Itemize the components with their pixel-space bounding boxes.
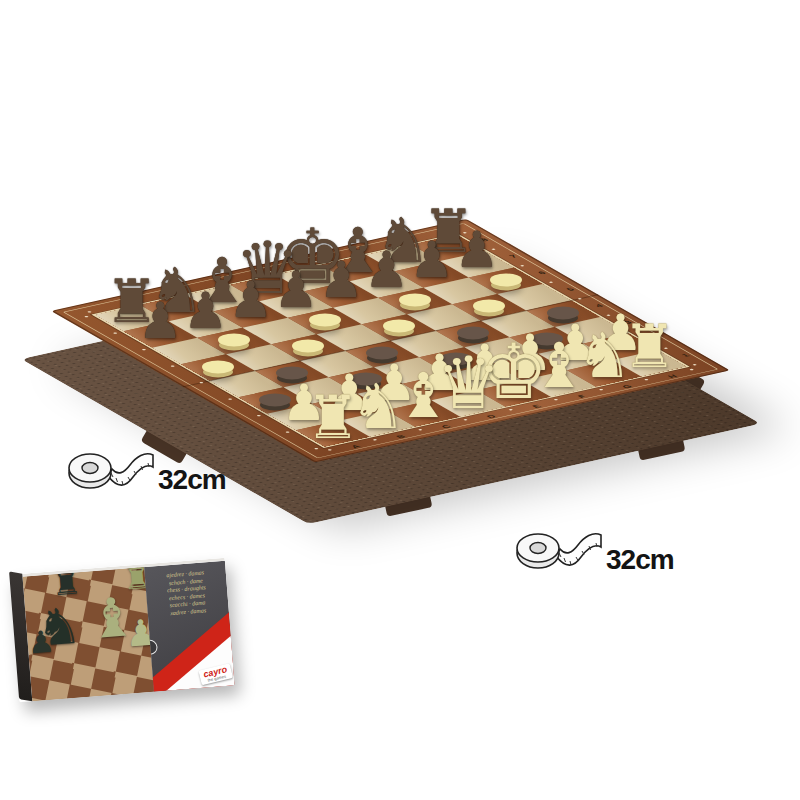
frame-pin bbox=[606, 314, 611, 316]
frame-pin bbox=[599, 389, 604, 391]
frame-pin bbox=[327, 449, 332, 451]
size-annotation-front: 32cm bbox=[512, 522, 674, 578]
frame-pin bbox=[372, 439, 377, 441]
rank-label-1: 1 bbox=[680, 353, 692, 358]
size-label-text: 32cm bbox=[158, 466, 226, 498]
frame-pin bbox=[256, 415, 261, 417]
frame-pin bbox=[689, 369, 694, 371]
frame-pin bbox=[463, 419, 468, 421]
size-annotation-left: 32cm bbox=[64, 442, 226, 498]
frame-pin bbox=[644, 379, 649, 381]
frame-pin bbox=[404, 241, 409, 243]
frame-pin bbox=[223, 281, 228, 283]
rank-label-7: 7 bbox=[507, 254, 519, 259]
file-label-h: H bbox=[666, 374, 679, 379]
file-label-a: A bbox=[349, 444, 362, 449]
rank-label-6: 6 bbox=[536, 270, 548, 275]
frame-pin bbox=[418, 429, 423, 431]
frame-pin bbox=[87, 311, 92, 313]
file-label-f: F bbox=[576, 394, 588, 399]
frame-pin bbox=[313, 261, 318, 263]
frame-pin bbox=[84, 316, 89, 318]
file-label-e: E bbox=[530, 404, 543, 409]
tape-measure-icon bbox=[512, 522, 604, 578]
frame-pin bbox=[268, 271, 273, 273]
tape-measure-icon bbox=[64, 442, 156, 498]
frame-pin bbox=[663, 347, 668, 349]
frame-pin bbox=[462, 232, 467, 234]
frame-pin bbox=[520, 265, 525, 267]
product-photo-canvas: ABCDEFGH87654321 ♜♞♝♛♚♝♞♜♟♟♟♟♟♟♟♟♟♟♟♟♟♟♟… bbox=[0, 0, 800, 800]
product-box-photo: ♜ ♞ ♟ ♝ ♟ ♜ bbox=[23, 567, 154, 701]
box-black-pawn-icon: ♟ bbox=[27, 626, 56, 658]
frame-pin bbox=[491, 248, 496, 250]
frame-pin bbox=[358, 251, 363, 253]
box-language-list: ajedrez · damas schach · dame chess · dr… bbox=[146, 568, 226, 619]
file-label-c: C bbox=[440, 424, 453, 429]
rank-label-2: 2 bbox=[651, 336, 663, 341]
product-box-face: ♜ ♞ ♟ ♝ ♟ ♜ ajedrez · damas schach · dam… bbox=[22, 558, 234, 702]
frame-pin bbox=[228, 398, 233, 400]
frame-pin bbox=[508, 409, 513, 411]
size-label-text: 32cm bbox=[606, 546, 674, 578]
rank-label-5: 5 bbox=[565, 287, 577, 292]
rank-label-8: 8 bbox=[478, 237, 490, 242]
frame-pin bbox=[199, 382, 204, 384]
frame-pin bbox=[692, 364, 697, 366]
product-box-panel: ajedrez · damas schach · dame chess · dr… bbox=[144, 561, 235, 692]
frame-pin bbox=[113, 332, 118, 334]
frame-pin bbox=[635, 331, 640, 333]
file-label-b: B bbox=[394, 434, 407, 439]
file-label-d: D bbox=[485, 414, 498, 419]
frame-pin bbox=[177, 291, 182, 293]
frame-pin bbox=[577, 298, 582, 300]
file-label-g: G bbox=[620, 384, 634, 389]
rank-label-3: 3 bbox=[622, 320, 634, 325]
frame-pin bbox=[553, 399, 558, 401]
product-box: ♜ ♞ ♟ ♝ ♟ ♜ ajedrez · damas schach · dam… bbox=[9, 558, 234, 703]
frame-pin bbox=[132, 301, 137, 303]
frame-pin bbox=[548, 281, 553, 283]
frame-pin bbox=[449, 231, 454, 233]
rank-label-4: 4 bbox=[593, 303, 605, 308]
frame-pin bbox=[314, 448, 319, 450]
frame-pin bbox=[141, 349, 146, 351]
frame-pin bbox=[170, 365, 175, 367]
frame-pin bbox=[285, 431, 290, 433]
